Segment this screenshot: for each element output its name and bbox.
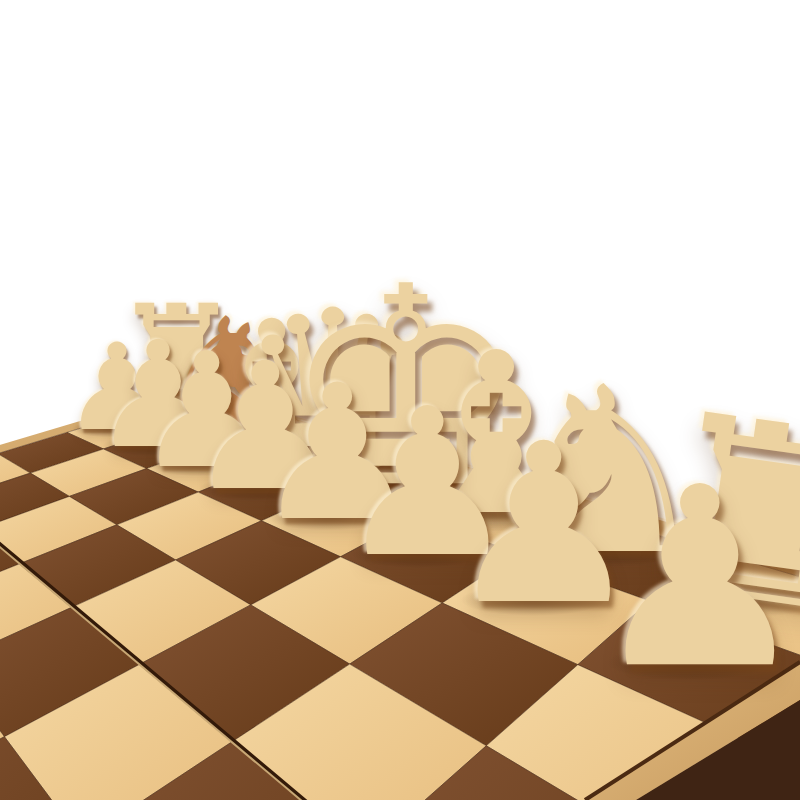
chess-set-product-photo: ♜♞♟♝♟♛♟♚♟♝♟♞♟♜♟♟ (0, 0, 800, 800)
piece-white-pawn-h2[interactable]: ♟ (589, 454, 800, 702)
